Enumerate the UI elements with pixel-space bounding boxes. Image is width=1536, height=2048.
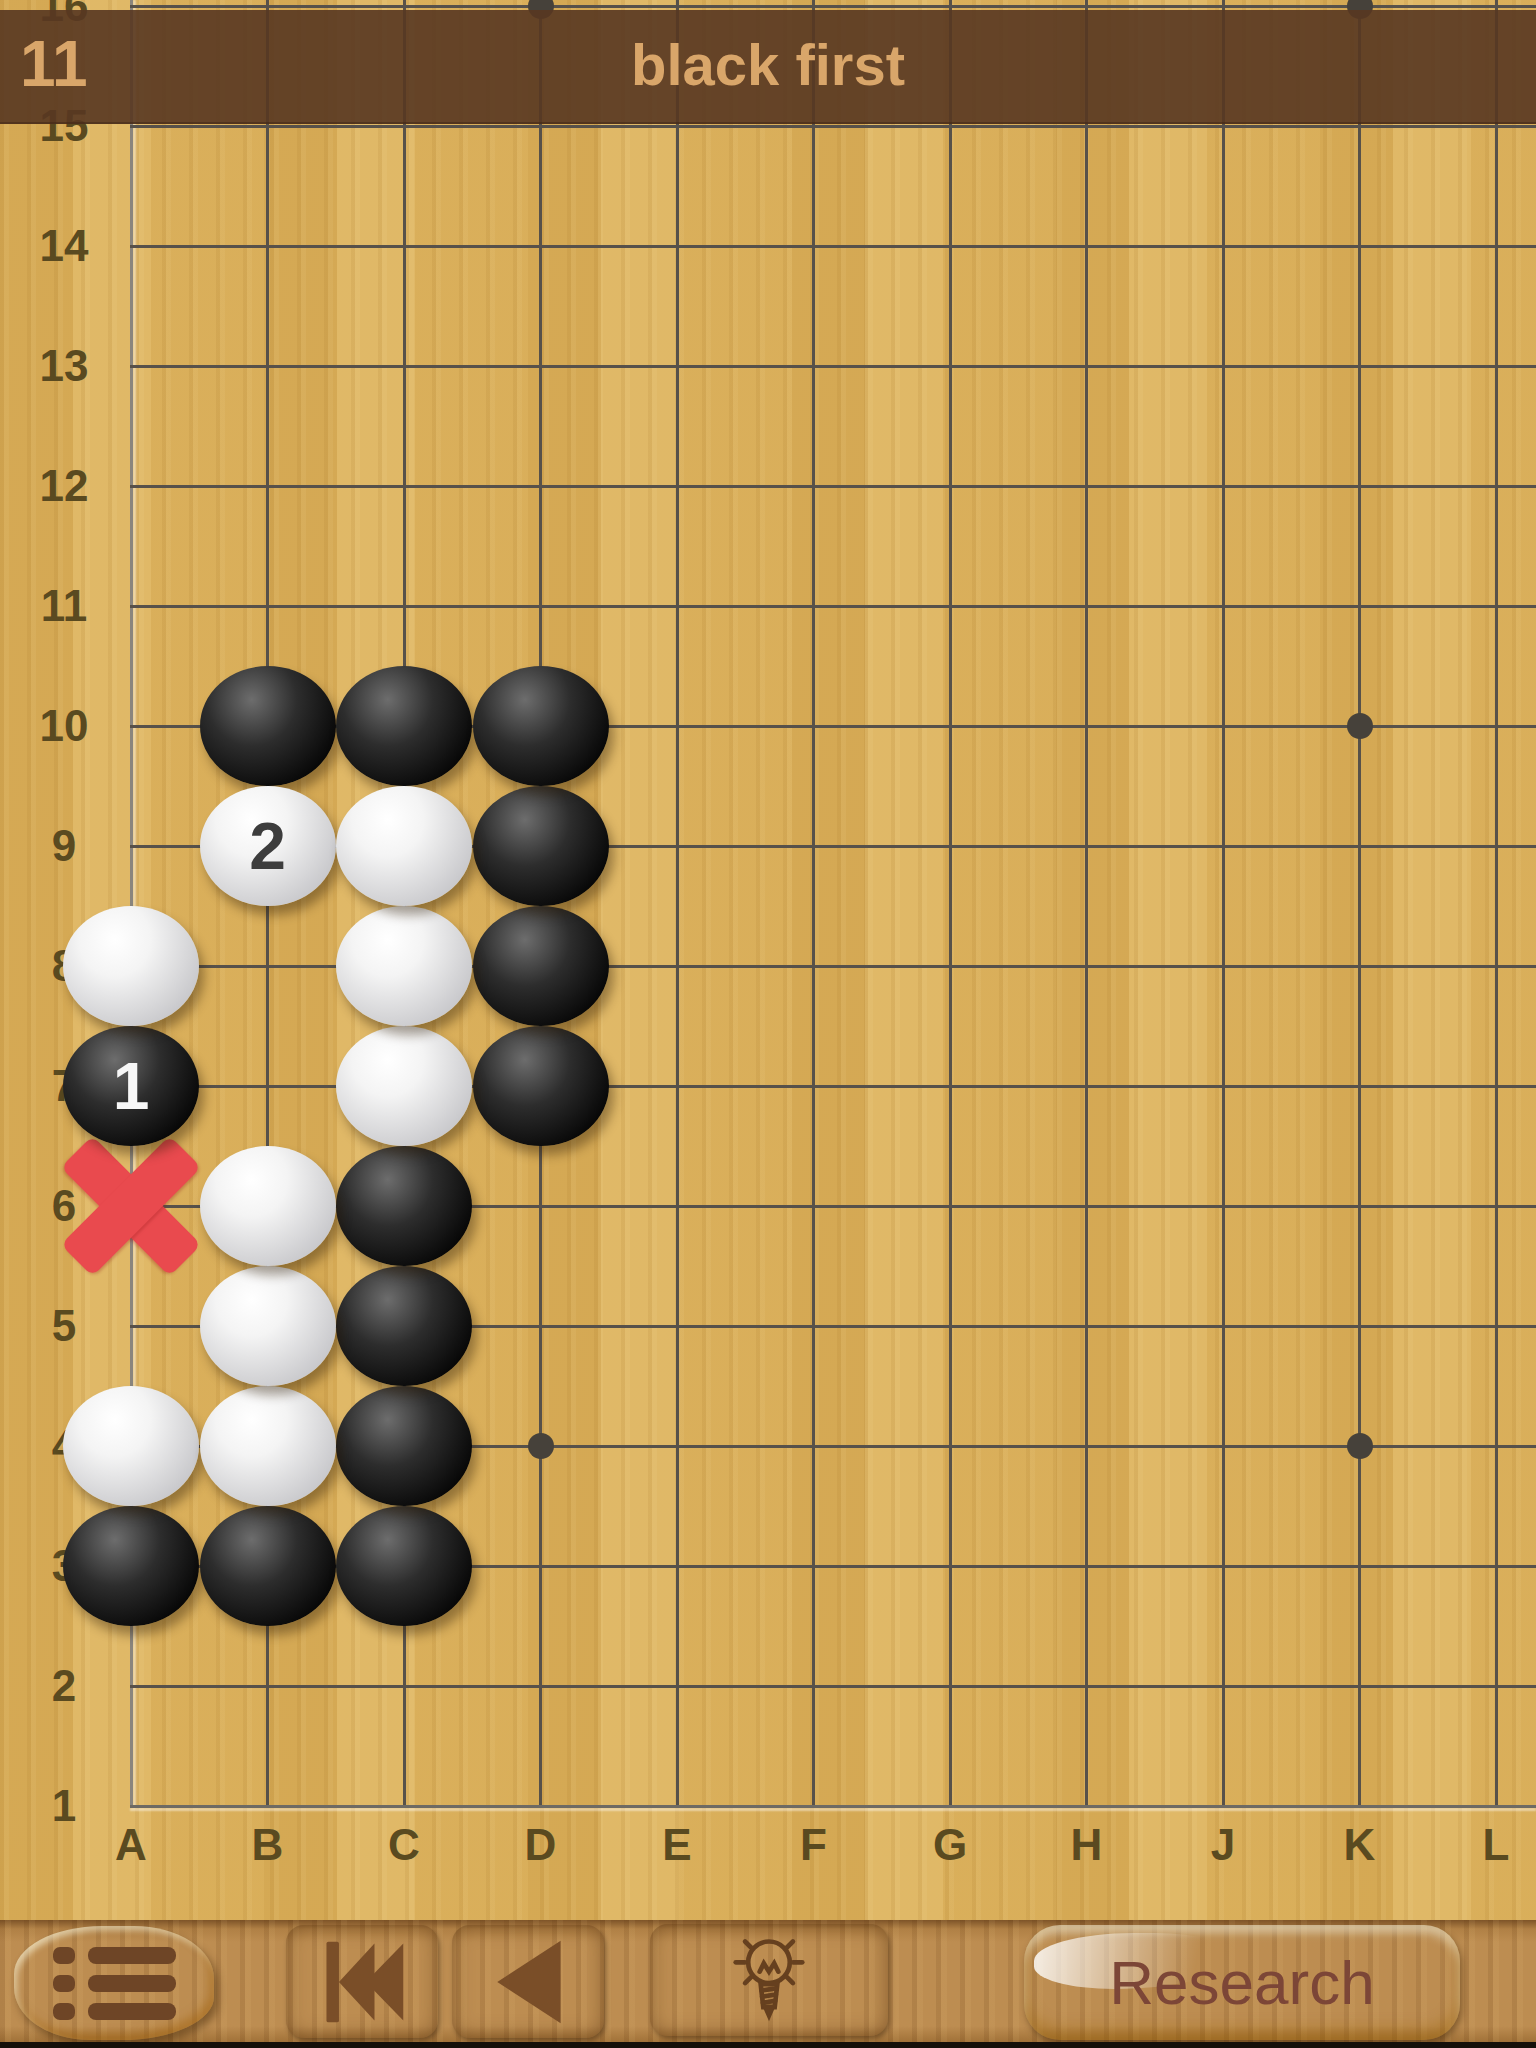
stone-black-C4 (336, 1386, 472, 1506)
grid-line-v-L (1495, 0, 1498, 1808)
star-point-D4 (528, 1433, 554, 1459)
coord-letter-G: G (898, 1820, 1002, 1870)
coord-letter-J: J (1171, 1820, 1275, 1870)
go-board[interactable]: ABCDEFGHJKL1234567891011121314151612 (0, 0, 1536, 1920)
coord-letter-B: B (216, 1820, 320, 1870)
stone-black-C6 (336, 1146, 472, 1266)
stone-black-C3 (336, 1506, 472, 1626)
stone-white-B9: 2 (200, 786, 336, 906)
grid-line-h-15 (130, 125, 1536, 128)
back-button[interactable] (452, 1925, 604, 2038)
coord-number-11: 11 (12, 581, 116, 631)
grid-line-v-K (1358, 0, 1361, 1808)
marker-x-A6 (46, 1121, 216, 1291)
title-bar: 11 black first (0, 10, 1536, 124)
hint-button[interactable] (650, 1924, 888, 2036)
stone-white-B6 (200, 1146, 336, 1266)
stone-white-C9 (336, 786, 472, 906)
grid-line-h-11 (130, 605, 1536, 608)
coord-letter-E: E (625, 1820, 729, 1870)
stone-black-C10 (336, 666, 472, 786)
coord-letter-D: D (489, 1820, 593, 1870)
coord-letter-H: H (1035, 1820, 1139, 1870)
stone-white-A8 (63, 906, 199, 1026)
grid-line-v-E (676, 0, 679, 1808)
coord-letter-L: L (1444, 1820, 1536, 1870)
coord-number-2: 2 (12, 1661, 116, 1711)
grid-line-h-16 (130, 5, 1536, 8)
move-number-2: 2 (249, 813, 286, 879)
coord-number-12: 12 (12, 461, 116, 511)
grid-line-v-F (812, 0, 815, 1808)
star-point-K4 (1347, 1433, 1373, 1459)
coord-number-5: 5 (12, 1301, 116, 1351)
list-icon (53, 1947, 176, 2020)
stone-black-D9 (473, 786, 609, 906)
stone-black-D8 (473, 906, 609, 1026)
grid-line-h-13 (130, 365, 1536, 368)
stone-black-B3 (200, 1506, 336, 1626)
stone-black-D10 (473, 666, 609, 786)
move-number-1: 1 (113, 1053, 150, 1119)
stone-black-A7: 1 (63, 1026, 199, 1146)
star-point-K10 (1347, 713, 1373, 739)
grid-line-h-14 (130, 245, 1536, 248)
grid-line-h-12 (130, 485, 1536, 488)
research-button[interactable]: Research (1024, 1925, 1460, 2040)
coord-number-10: 10 (12, 701, 116, 751)
coord-letter-C: C (352, 1820, 456, 1870)
stone-black-A3 (63, 1506, 199, 1626)
skip-to-start-button[interactable] (286, 1925, 438, 2038)
back-icon (478, 1934, 578, 2030)
grid-line-v-H (1085, 0, 1088, 1808)
screen-bottom-edge (0, 2042, 1536, 2048)
skip-to-start-icon (314, 1934, 410, 2030)
app-screen: ABCDEFGHJKL1234567891011121314151612 11 … (0, 0, 1536, 2048)
stone-white-A4 (63, 1386, 199, 1506)
stone-white-B4 (200, 1386, 336, 1506)
stone-white-B5 (200, 1266, 336, 1386)
menu-button[interactable] (14, 1926, 214, 2040)
grid-line-v-G (949, 0, 952, 1808)
coord-letter-K: K (1308, 1820, 1412, 1870)
stone-black-C5 (336, 1266, 472, 1386)
lightbulb-icon (717, 1928, 821, 2032)
grid-line-h-2 (130, 1685, 1536, 1688)
grid-line-h-1 (130, 1805, 1536, 1808)
stone-black-D7 (473, 1026, 609, 1146)
grid-line-v-J (1222, 0, 1225, 1808)
coord-letter-F: F (762, 1820, 866, 1870)
coord-number-13: 13 (12, 341, 116, 391)
coord-number-14: 14 (12, 221, 116, 271)
stone-white-C7 (336, 1026, 472, 1146)
bottom-toolbar: Research (0, 1920, 1536, 2048)
coord-number-1: 1 (12, 1781, 116, 1831)
research-label: Research (1109, 1948, 1374, 2017)
coord-number-9: 9 (12, 821, 116, 871)
puzzle-title: black first (0, 10, 1536, 122)
stone-black-B10 (200, 666, 336, 786)
stone-white-C8 (336, 906, 472, 1026)
